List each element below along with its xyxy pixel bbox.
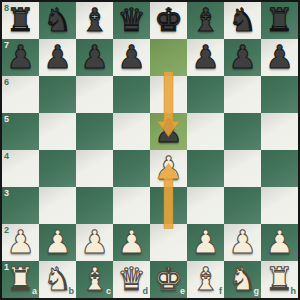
square-a5[interactable]: 5 bbox=[2, 113, 39, 150]
black-queen-d8[interactable]: ♛ bbox=[113, 2, 150, 39]
white-pawn-b2[interactable]: ♟ bbox=[39, 224, 76, 261]
square-h4[interactable] bbox=[261, 150, 298, 187]
square-e1[interactable]: e♚ bbox=[150, 261, 187, 298]
black-knight-b8[interactable]: ♞ bbox=[39, 2, 76, 39]
white-queen-d1[interactable]: ♛ bbox=[113, 261, 150, 298]
white-pawn-h2[interactable]: ♟ bbox=[261, 224, 298, 261]
square-e6[interactable] bbox=[150, 76, 187, 113]
square-g8[interactable]: ♞ bbox=[224, 2, 261, 39]
square-h2[interactable]: ♟ bbox=[261, 224, 298, 261]
square-f5[interactable] bbox=[187, 113, 224, 150]
square-f1[interactable]: f♝ bbox=[187, 261, 224, 298]
square-a4[interactable]: 4 bbox=[2, 150, 39, 187]
square-c3[interactable] bbox=[76, 187, 113, 224]
white-rook-h1[interactable]: ♜ bbox=[261, 261, 298, 298]
black-pawn-c7[interactable]: ♟ bbox=[76, 39, 113, 76]
black-pawn-e5[interactable]: ♟ bbox=[150, 113, 187, 150]
board-grid: 8♜♞♝♛♚♝♞♜7♟♟♟♟♟♟♟65♟4♟32♟♟♟♟♟♟♟1a♜b♞c♝d♛… bbox=[2, 2, 298, 298]
square-c1[interactable]: c♝ bbox=[76, 261, 113, 298]
square-b2[interactable]: ♟ bbox=[39, 224, 76, 261]
square-e8[interactable]: ♚ bbox=[150, 2, 187, 39]
rank-label-4: 4 bbox=[4, 152, 9, 161]
white-king-e1[interactable]: ♚ bbox=[150, 261, 187, 298]
black-rook-a8[interactable]: ♜ bbox=[2, 2, 39, 39]
square-f3[interactable] bbox=[187, 187, 224, 224]
square-f8[interactable]: ♝ bbox=[187, 2, 224, 39]
white-bishop-c1[interactable]: ♝ bbox=[76, 261, 113, 298]
chess-board: 8♜♞♝♛♚♝♞♜7♟♟♟♟♟♟♟65♟4♟32♟♟♟♟♟♟♟1a♜b♞c♝d♛… bbox=[0, 0, 300, 300]
square-e4[interactable]: ♟ bbox=[150, 150, 187, 187]
square-a7[interactable]: 7♟ bbox=[2, 39, 39, 76]
square-f7[interactable]: ♟ bbox=[187, 39, 224, 76]
square-a6[interactable]: 6 bbox=[2, 76, 39, 113]
black-pawn-h7[interactable]: ♟ bbox=[261, 39, 298, 76]
square-c6[interactable] bbox=[76, 76, 113, 113]
square-e7[interactable] bbox=[150, 39, 187, 76]
square-g1[interactable]: g♞ bbox=[224, 261, 261, 298]
square-f6[interactable] bbox=[187, 76, 224, 113]
square-a2[interactable]: 2♟ bbox=[2, 224, 39, 261]
square-c7[interactable]: ♟ bbox=[76, 39, 113, 76]
black-pawn-g7[interactable]: ♟ bbox=[224, 39, 261, 76]
rank-label-5: 5 bbox=[4, 115, 9, 124]
black-pawn-b7[interactable]: ♟ bbox=[39, 39, 76, 76]
square-g2[interactable]: ♟ bbox=[224, 224, 261, 261]
square-a1[interactable]: 1a♜ bbox=[2, 261, 39, 298]
square-d5[interactable] bbox=[113, 113, 150, 150]
black-rook-h8[interactable]: ♜ bbox=[261, 2, 298, 39]
black-knight-g8[interactable]: ♞ bbox=[224, 2, 261, 39]
square-f2[interactable]: ♟ bbox=[187, 224, 224, 261]
white-rook-a1[interactable]: ♜ bbox=[2, 261, 39, 298]
square-g4[interactable] bbox=[224, 150, 261, 187]
square-c2[interactable]: ♟ bbox=[76, 224, 113, 261]
square-d6[interactable] bbox=[113, 76, 150, 113]
square-b6[interactable] bbox=[39, 76, 76, 113]
square-b8[interactable]: ♞ bbox=[39, 2, 76, 39]
square-c8[interactable]: ♝ bbox=[76, 2, 113, 39]
white-pawn-d2[interactable]: ♟ bbox=[113, 224, 150, 261]
square-e2[interactable] bbox=[150, 224, 187, 261]
square-c4[interactable] bbox=[76, 150, 113, 187]
black-bishop-c8[interactable]: ♝ bbox=[76, 2, 113, 39]
square-d2[interactable]: ♟ bbox=[113, 224, 150, 261]
black-king-e8[interactable]: ♚ bbox=[150, 2, 187, 39]
square-e5[interactable]: ♟ bbox=[150, 113, 187, 150]
square-h6[interactable] bbox=[261, 76, 298, 113]
rank-label-3: 3 bbox=[4, 189, 9, 198]
square-b4[interactable] bbox=[39, 150, 76, 187]
white-pawn-f2[interactable]: ♟ bbox=[187, 224, 224, 261]
black-pawn-a7[interactable]: ♟ bbox=[2, 39, 39, 76]
square-b3[interactable] bbox=[39, 187, 76, 224]
square-h1[interactable]: h♜ bbox=[261, 261, 298, 298]
square-b5[interactable] bbox=[39, 113, 76, 150]
square-f4[interactable] bbox=[187, 150, 224, 187]
white-pawn-c2[interactable]: ♟ bbox=[76, 224, 113, 261]
white-knight-b1[interactable]: ♞ bbox=[39, 261, 76, 298]
square-e3[interactable] bbox=[150, 187, 187, 224]
square-a8[interactable]: 8♜ bbox=[2, 2, 39, 39]
square-h3[interactable] bbox=[261, 187, 298, 224]
square-h7[interactable]: ♟ bbox=[261, 39, 298, 76]
white-pawn-a2[interactable]: ♟ bbox=[2, 224, 39, 261]
square-g7[interactable]: ♟ bbox=[224, 39, 261, 76]
black-pawn-f7[interactable]: ♟ bbox=[187, 39, 224, 76]
square-h5[interactable] bbox=[261, 113, 298, 150]
white-bishop-f1[interactable]: ♝ bbox=[187, 261, 224, 298]
square-d7[interactable]: ♟ bbox=[113, 39, 150, 76]
square-d8[interactable]: ♛ bbox=[113, 2, 150, 39]
square-g5[interactable] bbox=[224, 113, 261, 150]
square-g3[interactable] bbox=[224, 187, 261, 224]
square-d1[interactable]: d♛ bbox=[113, 261, 150, 298]
square-d4[interactable] bbox=[113, 150, 150, 187]
square-b1[interactable]: b♞ bbox=[39, 261, 76, 298]
square-g6[interactable] bbox=[224, 76, 261, 113]
white-pawn-e4[interactable]: ♟ bbox=[150, 150, 187, 187]
black-bishop-f8[interactable]: ♝ bbox=[187, 2, 224, 39]
black-pawn-d7[interactable]: ♟ bbox=[113, 39, 150, 76]
square-b7[interactable]: ♟ bbox=[39, 39, 76, 76]
square-c5[interactable] bbox=[76, 113, 113, 150]
rank-label-6: 6 bbox=[4, 78, 9, 87]
square-d3[interactable] bbox=[113, 187, 150, 224]
white-knight-g1[interactable]: ♞ bbox=[224, 261, 261, 298]
square-h8[interactable]: ♜ bbox=[261, 2, 298, 39]
white-pawn-g2[interactable]: ♟ bbox=[224, 224, 261, 261]
square-a3[interactable]: 3 bbox=[2, 187, 39, 224]
